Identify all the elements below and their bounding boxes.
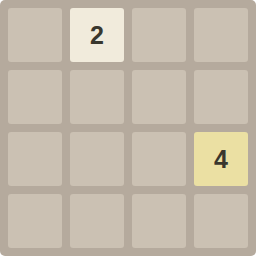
empty-cell-r2c1 (70, 132, 124, 186)
empty-cell-r2c0 (8, 132, 62, 186)
game-2048: 24 (0, 0, 256, 256)
empty-cell-r0c2 (132, 8, 186, 62)
board-grid[interactable]: 24 (0, 0, 256, 256)
empty-cell-r3c0 (8, 194, 62, 248)
empty-cell-r1c0 (8, 70, 62, 124)
empty-cell-r1c3 (194, 70, 248, 124)
empty-cell-r0c0 (8, 8, 62, 62)
tile-4-r2c3: 4 (194, 132, 248, 186)
empty-cell-r3c2 (132, 194, 186, 248)
empty-cell-r1c1 (70, 70, 124, 124)
empty-cell-r2c2 (132, 132, 186, 186)
empty-cell-r3c3 (194, 194, 248, 248)
empty-cell-r0c3 (194, 8, 248, 62)
tile-2-r0c1: 2 (70, 8, 124, 62)
empty-cell-r1c2 (132, 70, 186, 124)
empty-cell-r3c1 (70, 194, 124, 248)
